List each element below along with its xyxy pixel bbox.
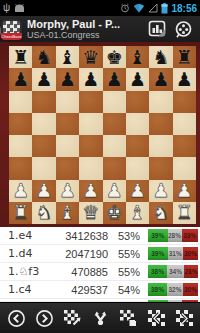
square-a2[interactable]: ♟ (9, 180, 32, 202)
white-pawn: ♟ (59, 181, 76, 200)
square-d1[interactable]: ♛ (79, 202, 102, 224)
next-move-icon (35, 309, 54, 328)
white-rook: ♜ (12, 203, 29, 222)
clock-time: 18:56 (171, 3, 197, 14)
square-f7[interactable]: ♟ (126, 68, 149, 90)
move-label: 1.♘f3 (0, 265, 52, 278)
white-king: ♚ (106, 203, 123, 222)
black-pawn: ♟ (59, 70, 76, 89)
square-f4[interactable] (126, 135, 149, 157)
black-bishop: ♝ (59, 48, 76, 67)
action-bar: ( ChessBase Morphy, Paul - P... USA-01.C… (0, 16, 200, 42)
draw-share-segment: 28% (168, 229, 182, 242)
square-g5[interactable] (149, 113, 172, 135)
square-a8[interactable]: ♜ (9, 46, 32, 68)
variations-button[interactable] (88, 306, 112, 330)
header-titles: Morphy, Paul - P... USA-01.Congress (27, 18, 144, 40)
game-subtitle: USA-01.Congress (27, 30, 144, 40)
white-knight: ♞ (152, 203, 169, 222)
games-count: 3412638 (52, 230, 108, 242)
square-e7[interactable]: ♟ (103, 68, 126, 90)
result-bar: 39%31%30% (148, 247, 198, 260)
black-pawn: ♟ (106, 70, 123, 89)
white-pawn: ♟ (82, 181, 99, 200)
games-count: 2047190 (52, 248, 108, 260)
next-game-icon (175, 309, 194, 328)
app-icon-brand-label: ChessBase (1, 33, 22, 40)
square-h8[interactable]: ♜ (173, 46, 196, 68)
white-bishop: ♝ (129, 203, 146, 222)
white-pawn: ♟ (36, 181, 53, 200)
move-row[interactable]: 1.e4341263853%39%28%33% (0, 227, 200, 245)
square-b1[interactable]: ♞ (32, 202, 55, 224)
white-rook: ♜ (176, 203, 193, 222)
black-pawn: ♟ (12, 70, 29, 89)
black-rook: ♜ (12, 48, 29, 67)
move-row[interactable]: 1.d4204719055%39%31%30% (0, 245, 200, 263)
white-share-segment: 38% (148, 265, 167, 278)
square-h1[interactable]: ♜ (173, 202, 196, 224)
black-knight: ♞ (36, 48, 53, 67)
black-rook: ♜ (176, 48, 193, 67)
white-pawn: ♟ (129, 181, 146, 200)
score-percent: 54% (108, 284, 140, 296)
usb-icon: ψ (3, 3, 10, 13)
black-pawn: ♟ (82, 70, 99, 89)
square-c3[interactable] (56, 157, 79, 179)
square-c1[interactable]: ♝ (56, 202, 79, 224)
square-h3[interactable] (173, 157, 196, 179)
white-pawn: ♟ (106, 181, 123, 200)
opening-stats-list: 1.e4341263853%39%28%33%1.d4204719055%39%… (0, 227, 200, 302)
square-f8[interactable]: ♝ (126, 46, 149, 68)
square-h7[interactable]: ♟ (173, 68, 196, 90)
battery-icon (161, 3, 168, 14)
square-d6[interactable] (79, 91, 102, 113)
square-b7[interactable]: ♟ (32, 68, 55, 90)
alarm-icon (120, 3, 130, 13)
square-d2[interactable]: ♟ (79, 180, 102, 202)
white-knight: ♞ (36, 203, 53, 222)
game-title: Morphy, Paul - P... (27, 18, 144, 30)
square-c4[interactable] (56, 135, 79, 157)
draw-share-segment: 31% (168, 247, 184, 260)
white-pawn: ♟ (12, 181, 29, 200)
app-icon-checker (3, 21, 20, 33)
move-row[interactable]: 1.c442953754%38%32%30% (0, 281, 200, 299)
database-reel-icon (174, 20, 193, 39)
score-percent: 55% (108, 266, 140, 278)
status-bar: ψ (0, 0, 200, 16)
black-pawn: ♟ (176, 70, 193, 89)
square-g6[interactable] (149, 91, 172, 113)
square-c5[interactable] (56, 113, 79, 135)
square-b8[interactable]: ♞ (32, 46, 55, 68)
square-c8[interactable]: ♝ (56, 46, 79, 68)
flip-board-icon (63, 309, 82, 328)
android-icon (13, 4, 26, 13)
square-g8[interactable]: ♞ (149, 46, 172, 68)
square-e5[interactable] (103, 113, 126, 135)
white-share-segment (148, 300, 168, 302)
database-button[interactable] (170, 17, 196, 41)
square-e1[interactable]: ♚ (103, 202, 126, 224)
square-e2[interactable]: ♟ (103, 180, 126, 202)
black-share-segment: 30% (183, 283, 198, 296)
square-g7[interactable]: ♟ (149, 68, 172, 90)
chess-board: ♜♞♝♛♚♝♞♜♟♟♟♟♟♟♟♟♟♟♟♟♟♟♟♟♜♞♝♛♚♝♞♜ (9, 46, 196, 224)
result-bar: 38%34%28% (148, 265, 198, 278)
chess-app-window: ψ (0, 0, 200, 333)
previous-game-icon (147, 309, 166, 328)
move-label: 1.c4 (0, 283, 52, 296)
square-a4[interactable] (9, 135, 32, 157)
black-queen: ♛ (82, 48, 99, 67)
flip-board-button[interactable] (60, 306, 84, 330)
previous-move-button[interactable] (4, 306, 28, 330)
signal-icon (148, 3, 158, 13)
white-pawn: ♟ (152, 181, 169, 200)
black-share-segment: 30% (183, 247, 198, 260)
square-e8[interactable]: ♚ (103, 46, 126, 68)
next-game-button[interactable] (172, 306, 196, 330)
square-a5[interactable] (9, 113, 32, 135)
square-a7[interactable]: ♟ (9, 68, 32, 90)
bottom-toolbar (0, 302, 200, 333)
games-count: 429537 (52, 284, 108, 296)
square-f3[interactable] (126, 157, 149, 179)
square-g4[interactable] (149, 135, 172, 157)
white-queen: ♛ (82, 203, 99, 222)
square-d3[interactable] (79, 157, 102, 179)
previous-game-button[interactable] (144, 306, 168, 330)
black-pawn: ♟ (152, 70, 169, 89)
annotate-icon (119, 309, 138, 328)
statistics-icon (148, 20, 167, 38)
square-e3[interactable] (103, 157, 126, 179)
square-h6[interactable] (173, 91, 196, 113)
next-move-button[interactable] (32, 306, 56, 330)
square-f1[interactable]: ♝ (126, 202, 149, 224)
square-a6[interactable] (9, 91, 32, 113)
square-e4[interactable] (103, 135, 126, 157)
white-share-segment: 39% (148, 229, 168, 242)
previous-move-icon (7, 309, 26, 328)
black-share-segment: 28% (184, 265, 198, 278)
square-d4[interactable] (79, 135, 102, 157)
square-h2[interactable]: ♟ (173, 180, 196, 202)
square-h5[interactable] (173, 113, 196, 135)
square-f5[interactable] (126, 113, 149, 135)
result-bar (148, 300, 198, 302)
black-knight: ♞ (152, 48, 169, 67)
result-bar: 38%32%30% (148, 283, 198, 296)
square-a1[interactable]: ♜ (9, 202, 32, 224)
square-b6[interactable] (32, 91, 55, 113)
move-label: 1.e4 (0, 229, 52, 242)
square-c2[interactable]: ♟ (56, 180, 79, 202)
black-share-segment (182, 300, 198, 302)
square-a3[interactable] (9, 157, 32, 179)
board-frame: ♜♞♝♛♚♝♞♜♟♟♟♟♟♟♟♟♟♟♟♟♟♟♟♟♜♞♝♛♚♝♞♜ (0, 42, 200, 227)
wifi-icon (133, 3, 145, 13)
statistics-button[interactable] (144, 17, 170, 41)
black-pawn: ♟ (129, 70, 146, 89)
square-g1[interactable]: ♞ (149, 202, 172, 224)
move-row[interactable]: 1.♘f347088555%38%34%28% (0, 263, 200, 281)
black-bishop: ♝ (129, 48, 146, 67)
square-d8[interactable]: ♛ (79, 46, 102, 68)
annotate-button[interactable] (116, 306, 140, 330)
score-percent: 55% (108, 248, 140, 260)
draw-share-segment: 34% (167, 265, 184, 278)
white-share-segment: 38% (148, 283, 167, 296)
score-percent: 53% (108, 230, 140, 242)
games-count: 470885 (52, 266, 108, 278)
white-bishop: ♝ (59, 203, 76, 222)
square-c7[interactable]: ♟ (56, 68, 79, 90)
white-share-segment: 39% (148, 247, 168, 260)
result-bar: 39%28%33% (148, 229, 198, 242)
black-share-segment: 33% (182, 229, 199, 242)
square-g3[interactable] (149, 157, 172, 179)
square-d7[interactable]: ♟ (79, 68, 102, 90)
chessbase-app-icon[interactable]: ChessBase (1, 19, 22, 40)
square-e6[interactable] (103, 91, 126, 113)
move-label: 1.d4 (0, 247, 52, 260)
square-f2[interactable]: ♟ (126, 180, 149, 202)
square-d5[interactable] (79, 113, 102, 135)
square-b4[interactable] (32, 135, 55, 157)
square-c6[interactable] (56, 91, 79, 113)
draw-share-segment (168, 300, 182, 302)
black-pawn: ♟ (36, 70, 53, 89)
square-b5[interactable] (32, 113, 55, 135)
white-pawn: ♟ (176, 181, 193, 200)
variations-icon (91, 309, 110, 328)
draw-share-segment: 32% (167, 283, 183, 296)
square-h4[interactable] (173, 135, 196, 157)
square-b2[interactable]: ♟ (32, 180, 55, 202)
square-f6[interactable] (126, 91, 149, 113)
square-g2[interactable]: ♟ (149, 180, 172, 202)
square-b3[interactable] (32, 157, 55, 179)
black-king: ♚ (106, 48, 123, 67)
